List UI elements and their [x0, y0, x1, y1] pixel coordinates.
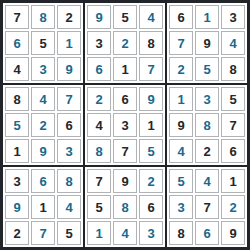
cell-r9c7[interactable]: 8	[169, 221, 193, 245]
cell-r1c8[interactable]: 1	[195, 5, 219, 29]
cell-r7c5[interactable]: 9	[113, 169, 137, 193]
cell-r9c1[interactable]: 2	[5, 221, 29, 245]
cell-r8c4[interactable]: 5	[87, 195, 111, 219]
cell-r6c7[interactable]: 4	[169, 139, 193, 163]
cell-r1c3[interactable]: 2	[57, 5, 81, 29]
cell-r1c5[interactable]: 5	[113, 5, 137, 29]
box-2: 954328617	[84, 2, 166, 84]
cell-r4c4[interactable]: 2	[87, 87, 111, 111]
cell-r1c1[interactable]: 7	[5, 5, 29, 29]
cell-r4c7[interactable]: 1	[169, 87, 193, 111]
cell-r3c4[interactable]: 6	[87, 57, 111, 81]
cell-r9c4[interactable]: 1	[87, 221, 111, 245]
cell-r3c8[interactable]: 5	[195, 57, 219, 81]
cell-r7c6[interactable]: 2	[139, 169, 163, 193]
cell-r6c4[interactable]: 8	[87, 139, 111, 163]
box-7: 368914275	[2, 166, 84, 248]
box-9: 541372869	[166, 166, 248, 248]
cell-r6c9[interactable]: 6	[221, 139, 245, 163]
cell-r7c9[interactable]: 1	[221, 169, 245, 193]
cell-r6c1[interactable]: 1	[5, 139, 29, 163]
cell-r1c7[interactable]: 6	[169, 5, 193, 29]
cell-r2c9[interactable]: 4	[221, 31, 245, 55]
cell-r4c5[interactable]: 6	[113, 87, 137, 111]
cell-r6c2[interactable]: 9	[31, 139, 55, 163]
cell-r1c2[interactable]: 8	[31, 5, 55, 29]
cell-r3c6[interactable]: 7	[139, 57, 163, 81]
cell-r9c6[interactable]: 3	[139, 221, 163, 245]
cell-r3c5[interactable]: 1	[113, 57, 137, 81]
cell-r8c2[interactable]: 1	[31, 195, 55, 219]
cell-r9c9[interactable]: 9	[221, 221, 245, 245]
box-5: 269431875	[84, 84, 166, 166]
cell-r5c8[interactable]: 8	[195, 113, 219, 137]
cell-r8c6[interactable]: 6	[139, 195, 163, 219]
cell-r5c1[interactable]: 5	[5, 113, 29, 137]
cell-r5c9[interactable]: 7	[221, 113, 245, 137]
cell-r4c6[interactable]: 9	[139, 87, 163, 111]
cell-r5c5[interactable]: 3	[113, 113, 137, 137]
cell-r8c5[interactable]: 8	[113, 195, 137, 219]
cell-r2c7[interactable]: 7	[169, 31, 193, 55]
sudoku-board: 7826514399543286176137942588475261932694…	[0, 0, 250, 250]
box-3: 613794258	[166, 2, 248, 84]
cell-r5c6[interactable]: 1	[139, 113, 163, 137]
cell-r6c6[interactable]: 5	[139, 139, 163, 163]
cell-r2c4[interactable]: 3	[87, 31, 111, 55]
cell-r7c4[interactable]: 7	[87, 169, 111, 193]
box-1: 782651439	[2, 2, 84, 84]
cell-r2c3[interactable]: 1	[57, 31, 81, 55]
cell-r9c3[interactable]: 5	[57, 221, 81, 245]
cell-r5c4[interactable]: 4	[87, 113, 111, 137]
cell-r1c4[interactable]: 9	[87, 5, 111, 29]
cell-r7c2[interactable]: 6	[31, 169, 55, 193]
cell-r8c3[interactable]: 4	[57, 195, 81, 219]
box-6: 135987426	[166, 84, 248, 166]
cell-r8c7[interactable]: 3	[169, 195, 193, 219]
cell-r3c3[interactable]: 9	[57, 57, 81, 81]
cell-r5c3[interactable]: 6	[57, 113, 81, 137]
cell-r7c1[interactable]: 3	[5, 169, 29, 193]
cell-r2c1[interactable]: 6	[5, 31, 29, 55]
cell-r1c9[interactable]: 3	[221, 5, 245, 29]
cell-r8c8[interactable]: 7	[195, 195, 219, 219]
cell-r8c9[interactable]: 2	[221, 195, 245, 219]
cell-r5c2[interactable]: 2	[31, 113, 55, 137]
cell-r3c7[interactable]: 2	[169, 57, 193, 81]
cell-r4c3[interactable]: 7	[57, 87, 81, 111]
cell-r5c7[interactable]: 9	[169, 113, 193, 137]
cell-r2c2[interactable]: 5	[31, 31, 55, 55]
box-8: 792586143	[84, 166, 166, 248]
cell-r9c8[interactable]: 6	[195, 221, 219, 245]
cell-r4c2[interactable]: 4	[31, 87, 55, 111]
cell-r9c2[interactable]: 7	[31, 221, 55, 245]
cell-r2c6[interactable]: 8	[139, 31, 163, 55]
cell-r7c7[interactable]: 5	[169, 169, 193, 193]
cell-r4c9[interactable]: 5	[221, 87, 245, 111]
cell-r6c5[interactable]: 7	[113, 139, 137, 163]
cell-r7c8[interactable]: 4	[195, 169, 219, 193]
cell-r6c8[interactable]: 2	[195, 139, 219, 163]
cell-r3c1[interactable]: 4	[5, 57, 29, 81]
cell-r3c2[interactable]: 3	[31, 57, 55, 81]
cell-r4c1[interactable]: 8	[5, 87, 29, 111]
cell-r9c5[interactable]: 4	[113, 221, 137, 245]
cell-r1c6[interactable]: 4	[139, 5, 163, 29]
cell-r2c5[interactable]: 2	[113, 31, 137, 55]
cell-r3c9[interactable]: 8	[221, 57, 245, 81]
cell-r4c8[interactable]: 3	[195, 87, 219, 111]
cell-r8c1[interactable]: 9	[5, 195, 29, 219]
cell-r2c8[interactable]: 9	[195, 31, 219, 55]
cell-r7c3[interactable]: 8	[57, 169, 81, 193]
cell-r6c3[interactable]: 3	[57, 139, 81, 163]
box-4: 847526193	[2, 84, 84, 166]
